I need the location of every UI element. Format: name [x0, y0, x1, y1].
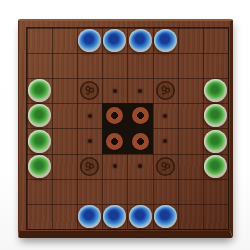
- green-piece[interactable]: [28, 104, 51, 127]
- blue-piece[interactable]: [103, 205, 126, 228]
- cell-r3c2[interactable]: [52, 78, 77, 103]
- green-piece[interactable]: [204, 104, 227, 127]
- cell-r8c3[interactable]: [77, 204, 102, 229]
- spiral-motif-icon: [79, 80, 100, 101]
- blue-piece[interactable]: [154, 205, 177, 228]
- dot-marking-icon: [138, 164, 143, 169]
- green-piece[interactable]: [204, 79, 227, 102]
- cell-r3c7[interactable]: [178, 78, 203, 103]
- green-piece[interactable]: [28, 79, 51, 102]
- cell-r4c8[interactable]: [203, 103, 228, 128]
- cell-r7c4[interactable]: [102, 179, 127, 204]
- cell-r4c4[interactable]: [102, 103, 127, 128]
- cell-r6c6[interactable]: [153, 154, 178, 179]
- cell-r8c1[interactable]: [27, 204, 52, 229]
- dot-marking-icon: [138, 89, 143, 94]
- green-piece[interactable]: [204, 155, 227, 178]
- blue-piece[interactable]: [129, 29, 152, 52]
- game-board: [18, 19, 233, 238]
- cell-r8c8[interactable]: [203, 204, 228, 229]
- blue-piece[interactable]: [154, 29, 177, 52]
- cell-r1c7[interactable]: [178, 28, 203, 53]
- cell-r3c8[interactable]: [203, 78, 228, 103]
- castle-ring-icon: [132, 107, 149, 124]
- cell-r6c1[interactable]: [27, 154, 52, 179]
- cell-r4c7[interactable]: [178, 103, 203, 128]
- cell-r1c3[interactable]: [77, 28, 102, 53]
- cell-r7c8[interactable]: [203, 179, 228, 204]
- dot-marking-icon: [88, 114, 93, 119]
- green-piece[interactable]: [204, 130, 227, 153]
- cell-r6c5[interactable]: [128, 154, 153, 179]
- product-photo: [0, 0, 250, 250]
- cell-r5c2[interactable]: [52, 129, 77, 154]
- castle-ring-icon: [106, 133, 123, 150]
- cell-r7c3[interactable]: [77, 179, 102, 204]
- cell-r5c3[interactable]: [77, 129, 102, 154]
- cell-r4c2[interactable]: [52, 103, 77, 128]
- cell-r8c7[interactable]: [178, 204, 203, 229]
- blue-piece[interactable]: [103, 29, 126, 52]
- cell-r1c2[interactable]: [52, 28, 77, 53]
- dot-marking-icon: [113, 89, 118, 94]
- cell-r7c7[interactable]: [178, 179, 203, 204]
- cell-r6c4[interactable]: [102, 154, 127, 179]
- cell-r2c3[interactable]: [77, 53, 102, 78]
- cell-r2c5[interactable]: [128, 53, 153, 78]
- cell-r4c6[interactable]: [153, 103, 178, 128]
- cell-r2c8[interactable]: [203, 53, 228, 78]
- blue-piece[interactable]: [78, 29, 101, 52]
- cell-r3c5[interactable]: [128, 78, 153, 103]
- cell-r6c8[interactable]: [203, 154, 228, 179]
- cell-r3c1[interactable]: [27, 78, 52, 103]
- cell-r7c1[interactable]: [27, 179, 52, 204]
- cell-r1c4[interactable]: [102, 28, 127, 53]
- cell-r3c4[interactable]: [102, 78, 127, 103]
- cell-r1c1[interactable]: [27, 28, 52, 53]
- cell-r2c6[interactable]: [153, 53, 178, 78]
- cell-r2c1[interactable]: [27, 53, 52, 78]
- cell-r8c5[interactable]: [128, 204, 153, 229]
- dot-marking-icon: [163, 139, 168, 144]
- cell-r7c2[interactable]: [52, 179, 77, 204]
- spiral-motif-icon: [155, 156, 176, 177]
- cell-r2c2[interactable]: [52, 53, 77, 78]
- cell-r5c7[interactable]: [178, 129, 203, 154]
- cell-r3c3[interactable]: [77, 78, 102, 103]
- cell-r7c5[interactable]: [128, 179, 153, 204]
- cell-r6c3[interactable]: [77, 154, 102, 179]
- cell-r6c2[interactable]: [52, 154, 77, 179]
- cell-r4c3[interactable]: [77, 103, 102, 128]
- cell-r8c4[interactable]: [102, 204, 127, 229]
- castle-ring-icon: [106, 107, 123, 124]
- cell-r5c6[interactable]: [153, 129, 178, 154]
- cell-r8c2[interactable]: [52, 204, 77, 229]
- cell-r3c6[interactable]: [153, 78, 178, 103]
- spiral-motif-icon: [79, 156, 100, 177]
- cell-r1c6[interactable]: [153, 28, 178, 53]
- green-piece[interactable]: [28, 155, 51, 178]
- dot-marking-icon: [163, 114, 168, 119]
- cell-r4c5[interactable]: [128, 103, 153, 128]
- blue-piece[interactable]: [78, 205, 101, 228]
- cell-r8c6[interactable]: [153, 204, 178, 229]
- cell-r4c1[interactable]: [27, 103, 52, 128]
- dot-marking-icon: [113, 164, 118, 169]
- green-piece[interactable]: [28, 130, 51, 153]
- board-grid: [26, 27, 229, 230]
- cell-r2c4[interactable]: [102, 53, 127, 78]
- spiral-motif-icon: [155, 80, 176, 101]
- cell-r1c8[interactable]: [203, 28, 228, 53]
- dot-marking-icon: [88, 139, 93, 144]
- blue-piece[interactable]: [129, 205, 152, 228]
- cell-r7c6[interactable]: [153, 179, 178, 204]
- cell-r5c1[interactable]: [27, 129, 52, 154]
- cell-r2c7[interactable]: [178, 53, 203, 78]
- cell-r5c8[interactable]: [203, 129, 228, 154]
- cell-r5c5[interactable]: [128, 129, 153, 154]
- cell-r6c7[interactable]: [178, 154, 203, 179]
- cell-r5c4[interactable]: [102, 129, 127, 154]
- cell-r1c5[interactable]: [128, 28, 153, 53]
- castle-ring-icon: [132, 133, 149, 150]
